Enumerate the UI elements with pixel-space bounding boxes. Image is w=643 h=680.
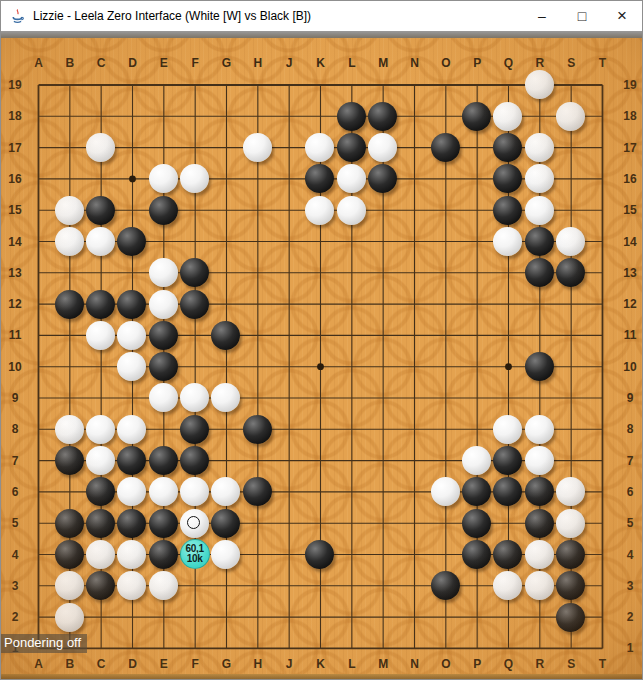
intersection-N5[interactable] (398, 508, 429, 539)
intersection-G14[interactable] (210, 226, 241, 257)
intersection-B2[interactable] (54, 601, 85, 632)
intersection-K16[interactable] (304, 163, 335, 194)
intersection-M11[interactable] (367, 320, 398, 351)
intersection-J14[interactable] (273, 226, 304, 257)
intersection-P16[interactable] (461, 163, 492, 194)
intersection-F1[interactable] (179, 633, 210, 664)
intersection-A14[interactable] (22, 226, 53, 257)
intersection-T17[interactable] (586, 132, 617, 163)
intersection-D7[interactable] (116, 445, 147, 476)
intersection-L15[interactable] (336, 195, 367, 226)
intersection-F15[interactable] (179, 195, 210, 226)
intersection-G2[interactable] (210, 601, 241, 632)
intersection-R8[interactable] (524, 414, 555, 445)
intersection-H17[interactable] (242, 132, 273, 163)
intersection-O6[interactable] (430, 476, 461, 507)
intersection-A3[interactable] (22, 570, 53, 601)
intersection-S2[interactable] (555, 601, 586, 632)
intersection-D2[interactable] (116, 601, 147, 632)
intersection-P1[interactable] (461, 633, 492, 664)
intersection-J19[interactable] (273, 69, 304, 100)
intersection-K13[interactable] (304, 257, 335, 288)
intersection-E8[interactable] (148, 414, 179, 445)
intersection-S4[interactable] (555, 539, 586, 570)
intersection-F6[interactable] (179, 476, 210, 507)
intersection-A5[interactable] (22, 508, 53, 539)
intersection-D3[interactable] (116, 570, 147, 601)
intersection-P15[interactable] (461, 195, 492, 226)
intersection-H10[interactable] (242, 351, 273, 382)
intersection-N11[interactable] (398, 320, 429, 351)
intersection-J1[interactable] (273, 633, 304, 664)
intersection-J11[interactable] (273, 320, 304, 351)
intersection-L17[interactable] (336, 132, 367, 163)
intersection-O3[interactable] (430, 570, 461, 601)
intersection-R19[interactable] (524, 69, 555, 100)
intersection-Q1[interactable] (492, 633, 523, 664)
intersection-D13[interactable] (116, 257, 147, 288)
intersection-M12[interactable] (367, 288, 398, 319)
intersection-R13[interactable] (524, 257, 555, 288)
intersection-D10[interactable] (116, 351, 147, 382)
intersection-G8[interactable] (210, 414, 241, 445)
intersection-P9[interactable] (461, 382, 492, 413)
intersection-G1[interactable] (210, 633, 241, 664)
intersection-B5[interactable] (54, 508, 85, 539)
intersection-S8[interactable] (555, 414, 586, 445)
intersection-R9[interactable] (524, 382, 555, 413)
intersection-N7[interactable] (398, 445, 429, 476)
intersection-T11[interactable] (586, 320, 617, 351)
intersection-H8[interactable] (242, 414, 273, 445)
intersection-O14[interactable] (430, 226, 461, 257)
intersection-Q9[interactable] (492, 382, 523, 413)
intersection-B10[interactable] (54, 351, 85, 382)
intersection-S19[interactable] (555, 69, 586, 100)
intersection-H14[interactable] (242, 226, 273, 257)
intersection-M14[interactable] (367, 226, 398, 257)
intersection-M10[interactable] (367, 351, 398, 382)
intersection-P5[interactable] (461, 508, 492, 539)
intersection-K2[interactable] (304, 601, 335, 632)
intersection-L8[interactable] (336, 414, 367, 445)
intersection-R18[interactable] (524, 101, 555, 132)
intersection-G9[interactable] (210, 382, 241, 413)
intersection-O15[interactable] (430, 195, 461, 226)
intersection-C10[interactable] (85, 351, 116, 382)
intersection-P4[interactable] (461, 539, 492, 570)
intersection-P18[interactable] (461, 101, 492, 132)
intersection-H9[interactable] (242, 382, 273, 413)
intersection-J18[interactable] (273, 101, 304, 132)
intersection-L12[interactable] (336, 288, 367, 319)
intersection-S14[interactable] (555, 226, 586, 257)
intersection-G12[interactable] (210, 288, 241, 319)
intersection-P6[interactable] (461, 476, 492, 507)
intersection-C12[interactable] (85, 288, 116, 319)
intersection-A10[interactable] (22, 351, 53, 382)
minimize-button[interactable]: – (522, 1, 562, 31)
intersection-A11[interactable] (22, 320, 53, 351)
intersection-J5[interactable] (273, 508, 304, 539)
intersection-E10[interactable] (148, 351, 179, 382)
intersection-R4[interactable] (524, 539, 555, 570)
intersection-S5[interactable] (555, 508, 586, 539)
intersection-P14[interactable] (461, 226, 492, 257)
intersection-B14[interactable] (54, 226, 85, 257)
intersection-A7[interactable] (22, 445, 53, 476)
intersection-N13[interactable] (398, 257, 429, 288)
intersection-L4[interactable] (336, 539, 367, 570)
intersection-Q5[interactable] (492, 508, 523, 539)
intersection-S13[interactable] (555, 257, 586, 288)
intersection-K18[interactable] (304, 101, 335, 132)
intersection-J10[interactable] (273, 351, 304, 382)
intersection-C9[interactable] (85, 382, 116, 413)
intersection-J4[interactable] (273, 539, 304, 570)
intersection-F8[interactable] (179, 414, 210, 445)
intersection-R14[interactable] (524, 226, 555, 257)
intersection-D4[interactable] (116, 539, 147, 570)
intersection-S16[interactable] (555, 163, 586, 194)
intersection-R6[interactable] (524, 476, 555, 507)
intersection-K19[interactable] (304, 69, 335, 100)
intersection-E1[interactable] (148, 633, 179, 664)
intersection-T10[interactable] (586, 351, 617, 382)
intersection-T6[interactable] (586, 476, 617, 507)
intersection-P13[interactable] (461, 257, 492, 288)
intersection-O11[interactable] (430, 320, 461, 351)
intersection-S7[interactable] (555, 445, 586, 476)
intersection-N10[interactable] (398, 351, 429, 382)
intersection-C3[interactable] (85, 570, 116, 601)
intersection-J8[interactable] (273, 414, 304, 445)
intersection-N9[interactable] (398, 382, 429, 413)
intersection-T15[interactable] (586, 195, 617, 226)
intersection-D12[interactable] (116, 288, 147, 319)
intersection-F2[interactable] (179, 601, 210, 632)
intersection-N17[interactable] (398, 132, 429, 163)
intersection-J17[interactable] (273, 132, 304, 163)
intersection-B6[interactable] (54, 476, 85, 507)
intersection-R3[interactable] (524, 570, 555, 601)
intersection-J9[interactable] (273, 382, 304, 413)
close-button[interactable]: × (602, 1, 642, 31)
intersection-B17[interactable] (54, 132, 85, 163)
intersection-Q15[interactable] (492, 195, 523, 226)
intersection-B18[interactable] (54, 101, 85, 132)
intersection-O8[interactable] (430, 414, 461, 445)
intersection-L1[interactable] (336, 633, 367, 664)
intersection-E5[interactable] (148, 508, 179, 539)
intersection-J6[interactable] (273, 476, 304, 507)
intersection-H3[interactable] (242, 570, 273, 601)
intersection-D8[interactable] (116, 414, 147, 445)
intersection-H4[interactable] (242, 539, 273, 570)
intersection-B11[interactable] (54, 320, 85, 351)
titlebar[interactable]: Lizzie - Leela Zero Interface (White [W]… (1, 1, 642, 31)
intersection-R11[interactable] (524, 320, 555, 351)
intersection-N18[interactable] (398, 101, 429, 132)
intersection-E6[interactable] (148, 476, 179, 507)
intersection-F5[interactable] (179, 508, 210, 539)
intersection-F19[interactable] (179, 69, 210, 100)
intersection-R15[interactable] (524, 195, 555, 226)
intersection-K12[interactable] (304, 288, 335, 319)
intersection-S12[interactable] (555, 288, 586, 319)
intersection-P17[interactable] (461, 132, 492, 163)
intersection-E12[interactable] (148, 288, 179, 319)
intersection-P3[interactable] (461, 570, 492, 601)
intersection-N4[interactable] (398, 539, 429, 570)
intersection-H7[interactable] (242, 445, 273, 476)
intersection-C15[interactable] (85, 195, 116, 226)
intersection-F9[interactable] (179, 382, 210, 413)
intersection-A13[interactable] (22, 257, 53, 288)
intersection-T14[interactable] (586, 226, 617, 257)
intersection-H11[interactable] (242, 320, 273, 351)
intersection-A12[interactable] (22, 288, 53, 319)
intersection-L16[interactable] (336, 163, 367, 194)
intersection-H13[interactable] (242, 257, 273, 288)
intersection-G18[interactable] (210, 101, 241, 132)
intersection-A17[interactable] (22, 132, 53, 163)
intersection-P11[interactable] (461, 320, 492, 351)
intersection-F18[interactable] (179, 101, 210, 132)
intersection-E19[interactable] (148, 69, 179, 100)
intersection-L10[interactable] (336, 351, 367, 382)
intersection-M5[interactable] (367, 508, 398, 539)
intersection-E3[interactable] (148, 570, 179, 601)
intersection-D15[interactable] (116, 195, 147, 226)
intersection-C11[interactable] (85, 320, 116, 351)
intersection-S18[interactable] (555, 101, 586, 132)
intersection-N19[interactable] (398, 69, 429, 100)
intersection-C13[interactable] (85, 257, 116, 288)
intersection-D6[interactable] (116, 476, 147, 507)
intersection-O9[interactable] (430, 382, 461, 413)
intersection-G4[interactable] (210, 539, 241, 570)
move-suggestion-F4[interactable]: 60,110k (180, 539, 210, 569)
intersection-M13[interactable] (367, 257, 398, 288)
intersection-Q4[interactable] (492, 539, 523, 570)
intersection-R1[interactable] (524, 633, 555, 664)
intersection-B19[interactable] (54, 69, 85, 100)
intersection-B3[interactable] (54, 570, 85, 601)
intersection-E9[interactable] (148, 382, 179, 413)
intersection-T13[interactable] (586, 257, 617, 288)
intersection-A19[interactable] (22, 69, 53, 100)
intersection-S17[interactable] (555, 132, 586, 163)
intersection-O5[interactable] (430, 508, 461, 539)
intersection-C8[interactable] (85, 414, 116, 445)
intersection-D17[interactable] (116, 132, 147, 163)
intersection-H2[interactable] (242, 601, 273, 632)
intersection-K8[interactable] (304, 414, 335, 445)
intersection-O4[interactable] (430, 539, 461, 570)
intersection-C6[interactable] (85, 476, 116, 507)
intersection-M2[interactable] (367, 601, 398, 632)
intersection-P10[interactable] (461, 351, 492, 382)
intersection-L2[interactable] (336, 601, 367, 632)
intersection-L18[interactable] (336, 101, 367, 132)
intersection-E18[interactable] (148, 101, 179, 132)
intersection-A8[interactable] (22, 414, 53, 445)
intersection-E15[interactable] (148, 195, 179, 226)
intersection-M6[interactable] (367, 476, 398, 507)
intersection-T19[interactable] (586, 69, 617, 100)
intersection-F14[interactable] (179, 226, 210, 257)
intersection-K17[interactable] (304, 132, 335, 163)
intersection-G19[interactable] (210, 69, 241, 100)
intersection-D18[interactable] (116, 101, 147, 132)
intersection-N2[interactable] (398, 601, 429, 632)
intersection-Q19[interactable] (492, 69, 523, 100)
intersection-H5[interactable] (242, 508, 273, 539)
intersection-P2[interactable] (461, 601, 492, 632)
intersection-B15[interactable] (54, 195, 85, 226)
intersection-O12[interactable] (430, 288, 461, 319)
intersection-C2[interactable] (85, 601, 116, 632)
intersection-O7[interactable] (430, 445, 461, 476)
intersection-Q10[interactable] (492, 351, 523, 382)
intersection-H19[interactable] (242, 69, 273, 100)
intersection-S6[interactable] (555, 476, 586, 507)
intersection-E11[interactable] (148, 320, 179, 351)
intersection-N3[interactable] (398, 570, 429, 601)
intersection-E2[interactable] (148, 601, 179, 632)
intersection-L11[interactable] (336, 320, 367, 351)
intersection-B9[interactable] (54, 382, 85, 413)
intersection-E16[interactable] (148, 163, 179, 194)
intersection-Q7[interactable] (492, 445, 523, 476)
intersection-R7[interactable] (524, 445, 555, 476)
intersection-R16[interactable] (524, 163, 555, 194)
intersection-T2[interactable] (586, 601, 617, 632)
intersection-D19[interactable] (116, 69, 147, 100)
intersection-F11[interactable] (179, 320, 210, 351)
intersection-H18[interactable] (242, 101, 273, 132)
intersection-K11[interactable] (304, 320, 335, 351)
intersection-S9[interactable] (555, 382, 586, 413)
intersection-B16[interactable] (54, 163, 85, 194)
intersection-R2[interactable] (524, 601, 555, 632)
intersection-N1[interactable] (398, 633, 429, 664)
intersection-F3[interactable] (179, 570, 210, 601)
intersection-A9[interactable] (22, 382, 53, 413)
maximize-button[interactable]: □ (562, 1, 602, 31)
intersection-C7[interactable] (85, 445, 116, 476)
intersection-H12[interactable] (242, 288, 273, 319)
intersection-P12[interactable] (461, 288, 492, 319)
intersection-N12[interactable] (398, 288, 429, 319)
intersection-S3[interactable] (555, 570, 586, 601)
intersection-J12[interactable] (273, 288, 304, 319)
intersection-C14[interactable] (85, 226, 116, 257)
intersection-H16[interactable] (242, 163, 273, 194)
intersection-K4[interactable] (304, 539, 335, 570)
intersection-T4[interactable] (586, 539, 617, 570)
intersection-K9[interactable] (304, 382, 335, 413)
intersection-R5[interactable] (524, 508, 555, 539)
intersection-T3[interactable] (586, 570, 617, 601)
intersection-G13[interactable] (210, 257, 241, 288)
intersection-R12[interactable] (524, 288, 555, 319)
intersection-K1[interactable] (304, 633, 335, 664)
intersection-Q16[interactable] (492, 163, 523, 194)
intersection-N6[interactable] (398, 476, 429, 507)
intersection-E17[interactable] (148, 132, 179, 163)
intersection-F12[interactable] (179, 288, 210, 319)
intersection-C16[interactable] (85, 163, 116, 194)
intersection-L5[interactable] (336, 508, 367, 539)
intersection-E14[interactable] (148, 226, 179, 257)
intersection-M3[interactable] (367, 570, 398, 601)
intersection-P8[interactable] (461, 414, 492, 445)
intersection-G11[interactable] (210, 320, 241, 351)
intersection-M17[interactable] (367, 132, 398, 163)
intersection-A4[interactable] (22, 539, 53, 570)
intersection-S1[interactable] (555, 633, 586, 664)
intersection-D1[interactable] (116, 633, 147, 664)
intersection-D16[interactable] (116, 163, 147, 194)
intersection-B13[interactable] (54, 257, 85, 288)
intersection-S11[interactable] (555, 320, 586, 351)
intersection-G16[interactable] (210, 163, 241, 194)
intersection-C5[interactable] (85, 508, 116, 539)
intersection-Q17[interactable] (492, 132, 523, 163)
intersection-Q12[interactable] (492, 288, 523, 319)
intersection-E4[interactable] (148, 539, 179, 570)
intersection-L7[interactable] (336, 445, 367, 476)
intersection-K5[interactable] (304, 508, 335, 539)
intersection-T16[interactable] (586, 163, 617, 194)
intersection-O16[interactable] (430, 163, 461, 194)
intersection-G17[interactable] (210, 132, 241, 163)
intersection-B12[interactable] (54, 288, 85, 319)
intersection-G15[interactable] (210, 195, 241, 226)
intersection-S15[interactable] (555, 195, 586, 226)
intersection-G3[interactable] (210, 570, 241, 601)
intersection-F17[interactable] (179, 132, 210, 163)
intersection-F13[interactable] (179, 257, 210, 288)
intersection-L3[interactable] (336, 570, 367, 601)
intersection-O19[interactable] (430, 69, 461, 100)
intersection-M1[interactable] (367, 633, 398, 664)
intersection-K15[interactable] (304, 195, 335, 226)
intersection-G7[interactable] (210, 445, 241, 476)
intersection-T5[interactable] (586, 508, 617, 539)
intersection-O17[interactable] (430, 132, 461, 163)
intersection-Q6[interactable] (492, 476, 523, 507)
intersection-S10[interactable] (555, 351, 586, 382)
intersection-G10[interactable] (210, 351, 241, 382)
intersection-L9[interactable] (336, 382, 367, 413)
intersection-H6[interactable] (242, 476, 273, 507)
intersection-J13[interactable] (273, 257, 304, 288)
intersection-Q18[interactable] (492, 101, 523, 132)
intersection-C19[interactable] (85, 69, 116, 100)
intersection-G6[interactable] (210, 476, 241, 507)
intersection-T7[interactable] (586, 445, 617, 476)
intersection-M4[interactable] (367, 539, 398, 570)
intersection-T12[interactable] (586, 288, 617, 319)
intersection-B4[interactable] (54, 539, 85, 570)
intersection-O2[interactable] (430, 601, 461, 632)
intersection-M8[interactable] (367, 414, 398, 445)
intersection-J3[interactable] (273, 570, 304, 601)
intersection-T1[interactable] (586, 633, 617, 664)
